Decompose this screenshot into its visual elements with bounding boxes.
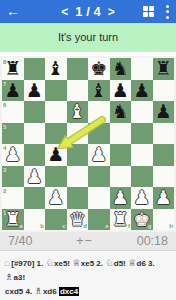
square-c1[interactable]: c [45,209,67,231]
black-rook: ♜ [4,58,21,79]
square-e4[interactable]: ♟ [88,144,110,166]
file-label: h [169,223,173,229]
square-f1[interactable]: f♜ [110,209,132,231]
white-bishop: ♝ [69,101,86,122]
square-c5[interactable] [45,123,67,145]
figurine-icon: ♗ [5,271,14,282]
square-g4[interactable] [131,144,153,166]
move-token: [#970] 1. [11,259,45,268]
top-bar-actions [143,0,172,23]
square-f4[interactable] [110,144,132,166]
square-e3[interactable] [88,166,110,188]
evaluation-display: +− [76,234,93,248]
square-a5[interactable]: 5 [2,123,24,145]
square-g3[interactable] [131,166,153,188]
white-rook: ♜ [4,209,21,230]
square-d4[interactable] [67,144,89,166]
rank-label: 8 [3,59,6,65]
square-a8[interactable]: 8♜ [2,58,24,80]
square-f2[interactable]: ♟ [110,187,132,209]
square-c3[interactable] [45,166,67,188]
move-token: cxd5 4. [5,287,34,296]
square-g1[interactable]: g♚ [131,209,153,231]
black-pawn: ♟ [133,80,150,101]
move-token: a3! [14,273,26,282]
square-g5[interactable] [131,123,153,145]
black-knight: ♞ [112,101,129,122]
rank-label: 4 [3,145,6,151]
move-token: xe5 2. [81,259,105,268]
back-arrow-icon: ← [6,3,20,19]
square-f6[interactable]: ♞ [110,101,132,123]
figurine-icon: ♘ [45,257,54,268]
square-a7[interactable]: 7♟ [2,80,24,102]
square-b3[interactable]: ♟ [24,166,46,188]
figurine-icon: ♕ [128,257,137,268]
white-queen: ♛ [69,209,86,230]
square-c2[interactable]: ♟ [45,187,67,209]
rank-label: 7 [3,81,6,87]
rank-label: 3 [3,167,6,173]
move-list[interactable]: □[#970] 1. ♘xe5! ♕xe5 2. ♘d5! ♕d6 3. ♗a3… [0,251,176,300]
file-label: b [40,223,44,229]
rank-label: 1 [3,210,6,216]
square-b8[interactable] [24,58,46,80]
square-e1[interactable]: e [88,209,110,231]
move-token: xe5! [54,259,72,268]
square-g7[interactable]: ♟ [131,80,153,102]
prev-puzzle-button[interactable]: < [61,1,68,24]
chess-board: 8♜♝♚♞♜7♟♟♝♟♟6♝♞♟54♟♟♟3♟2♟♟♟♟1a♜bcd♛ef♜g♚… [0,56,176,232]
file-label: e [105,223,108,229]
next-puzzle-button[interactable]: > [108,1,115,24]
black-bishop: ♝ [47,58,64,79]
white-king: ♚ [133,209,150,230]
square-e5[interactable] [88,123,110,145]
square-c8[interactable]: ♝ [45,58,67,80]
rank-label: 5 [3,124,6,130]
square-h2[interactable]: ♟ [153,187,175,209]
figurine-icon: ♕ [72,257,81,268]
move-token: d6 3. [137,259,155,268]
progress-counter: 7/40 [8,234,32,248]
board-grid: 8♜♝♚♞♜7♟♟♝♟♟6♝♞♟54♟♟♟3♟2♟♟♟♟1a♜bcd♛ef♜g♚… [2,58,174,230]
figurine-icon: ♗ [34,285,43,296]
file-label: c [62,223,65,229]
square-g6[interactable] [131,101,153,123]
square-b7[interactable]: ♟ [24,80,46,102]
black-pawn: ♟ [26,80,43,101]
square-h1[interactable]: h [153,209,175,231]
square-h4[interactable] [153,144,175,166]
file-label: a [19,223,22,229]
current-move[interactable]: dxc4 [59,287,79,296]
square-h8[interactable]: ♜ [153,58,175,80]
square-c7[interactable] [45,80,67,102]
square-g8[interactable] [131,58,153,80]
square-e7[interactable]: ♝ [88,80,110,102]
square-c6[interactable] [45,101,67,123]
square-b4[interactable] [24,144,46,166]
square-h3[interactable] [153,166,175,188]
square-e8[interactable]: ♚ [88,58,110,80]
overflow-menu-icon[interactable] [162,4,172,20]
white-pawn: ♟ [133,187,150,208]
square-d8[interactable] [67,58,89,80]
move-token: d5! [114,259,128,268]
square-d3[interactable] [67,166,89,188]
square-a4[interactable]: 4♟ [2,144,24,166]
black-pawn: ♟ [4,80,21,101]
square-e6[interactable] [88,101,110,123]
white-pawn: ♟ [4,144,21,165]
square-c4[interactable]: ♟ [45,144,67,166]
square-a1[interactable]: 1a♜ [2,209,24,231]
rank-label: 6 [3,102,6,108]
square-d6[interactable]: ♝ [67,101,89,123]
black-pawn: ♟ [47,144,64,165]
black-knight: ♞ [112,58,129,79]
turn-banner-text: It's your turn [58,31,118,43]
square-d1[interactable]: d♛ [67,209,89,231]
square-f3[interactable] [110,166,132,188]
square-a3[interactable]: 3 [2,166,24,188]
square-d5[interactable] [67,123,89,145]
black-pawn: ♟ [112,80,129,101]
square-d7[interactable] [67,80,89,102]
file-label: g [148,223,152,229]
white-pawn: ♟ [155,187,172,208]
black-pawn: ♟ [155,101,172,122]
square-a6[interactable]: 6 [2,101,24,123]
white-pawn: ♟ [90,144,107,165]
white-pawn: ♟ [47,187,64,208]
status-bar: 7/40 +− 00:18 [0,232,176,251]
grid-icon[interactable] [143,6,154,17]
rank-label: 2 [3,188,6,194]
black-king: ♚ [90,58,107,79]
white-pawn: ♟ [26,166,43,187]
square-e2[interactable] [88,187,110,209]
square-a2[interactable]: 2 [2,187,24,209]
move-token: xd6 [43,287,59,296]
square-b1[interactable]: b [24,209,46,231]
square-f8[interactable]: ♞ [110,58,132,80]
top-bar: ← <1 / 4> [0,0,176,23]
square-f5[interactable] [110,123,132,145]
white-pawn: ♟ [112,187,129,208]
move-text: [#970] 1. ♘xe5! ♕xe5 2. ♘d5! ♕d6 3. ♗a3!… [5,259,155,296]
white-rook: ♜ [112,209,129,230]
file-label: d [83,223,87,229]
black-rook: ♜ [155,58,172,79]
square-h7[interactable] [153,80,175,102]
square-b6[interactable] [24,101,46,123]
black-bishop: ♝ [90,80,107,101]
square-h6[interactable]: ♟ [153,101,175,123]
square-b2[interactable] [24,187,46,209]
puzzle-counter: 1 / 4 [75,4,100,19]
turn-banner: It's your turn [0,23,176,52]
square-g2[interactable]: ♟ [131,187,153,209]
figurine-icon: ♘ [105,257,114,268]
clock: 00:18 [137,234,168,248]
square-f7[interactable]: ♟ [110,80,132,102]
square-d2[interactable] [67,187,89,209]
file-label: f [128,223,130,229]
square-h5[interactable] [153,123,175,145]
square-b5[interactable] [24,123,46,145]
side-to-move-indicator: □ [5,260,9,267]
back-button[interactable]: ← [6,0,20,23]
